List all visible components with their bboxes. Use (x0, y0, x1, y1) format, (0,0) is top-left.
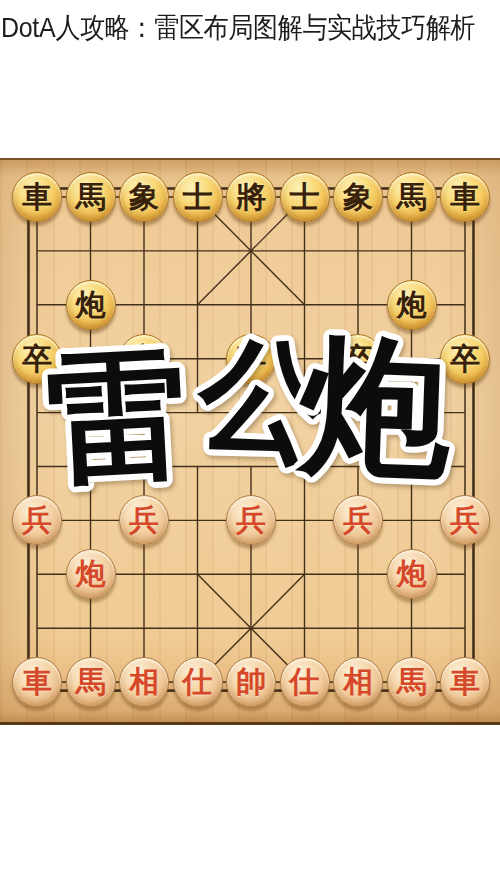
piece-glyph: 卒 (343, 344, 373, 374)
piece-black-cannon[interactable]: 炮 (387, 280, 437, 330)
piece-black-cannon[interactable]: 炮 (66, 280, 116, 330)
piece-black-advisor[interactable]: 士 (280, 172, 330, 222)
piece-glyph: 兵 (343, 505, 373, 535)
xiangqi-board[interactable]: 車馬象士將士象馬車炮炮卒卒卒卒卒兵兵兵兵兵炮炮車馬相仕帥仕相馬車 雷 公 炮 (0, 158, 500, 725)
piece-red-elephant[interactable]: 相 (333, 657, 383, 707)
piece-black-elephant[interactable]: 象 (119, 172, 169, 222)
piece-glyph: 車 (450, 182, 480, 212)
piece-glyph: 車 (450, 667, 480, 697)
piece-glyph: 馬 (76, 182, 106, 212)
piece-glyph: 炮 (76, 290, 106, 320)
piece-black-soldier[interactable]: 卒 (119, 334, 169, 384)
piece-glyph: 炮 (76, 559, 106, 589)
piece-glyph: 將 (236, 182, 266, 212)
piece-glyph: 帥 (236, 667, 266, 697)
piece-glyph: 士 (183, 182, 213, 212)
piece-black-soldier[interactable]: 卒 (333, 334, 383, 384)
piece-glyph: 士 (290, 182, 320, 212)
piece-glyph: 馬 (397, 182, 427, 212)
piece-glyph: 炮 (397, 290, 427, 320)
piece-glyph: 卒 (129, 344, 159, 374)
piece-glyph: 象 (129, 182, 159, 212)
piece-glyph: 相 (129, 667, 159, 697)
piece-red-chariot[interactable]: 車 (12, 657, 62, 707)
piece-glyph: 象 (343, 182, 373, 212)
piece-red-chariot[interactable]: 車 (440, 657, 490, 707)
piece-black-elephant[interactable]: 象 (333, 172, 383, 222)
piece-glyph: 相 (343, 667, 373, 697)
board-grid (0, 160, 500, 727)
piece-black-soldier[interactable]: 卒 (440, 334, 490, 384)
piece-black-chariot[interactable]: 車 (440, 172, 490, 222)
piece-glyph: 兵 (450, 505, 480, 535)
piece-red-advisor[interactable]: 仕 (280, 657, 330, 707)
piece-glyph: 卒 (450, 344, 480, 374)
piece-glyph: 兵 (129, 505, 159, 535)
piece-glyph: 卒 (236, 344, 266, 374)
piece-glyph: 卒 (22, 344, 52, 374)
page-title: DotA人攻略：雷区布局图解与实战技巧解析 (1, 9, 475, 46)
piece-glyph: 馬 (397, 667, 427, 697)
piece-red-advisor[interactable]: 仕 (173, 657, 223, 707)
piece-glyph: 車 (22, 667, 52, 697)
piece-glyph: 兵 (22, 505, 52, 535)
piece-black-horse[interactable]: 馬 (66, 172, 116, 222)
piece-black-advisor[interactable]: 士 (173, 172, 223, 222)
piece-glyph: 仕 (183, 667, 213, 697)
piece-red-cannon[interactable]: 炮 (66, 549, 116, 599)
piece-black-soldier[interactable]: 卒 (226, 334, 276, 384)
piece-glyph: 仕 (290, 667, 320, 697)
piece-black-chariot[interactable]: 車 (12, 172, 62, 222)
piece-black-soldier[interactable]: 卒 (12, 334, 62, 384)
piece-red-elephant[interactable]: 相 (119, 657, 169, 707)
piece-black-horse[interactable]: 馬 (387, 172, 437, 222)
piece-red-horse[interactable]: 馬 (387, 657, 437, 707)
piece-red-cannon[interactable]: 炮 (387, 549, 437, 599)
piece-glyph: 馬 (76, 667, 106, 697)
piece-red-general[interactable]: 帥 (226, 657, 276, 707)
piece-glyph: 兵 (236, 505, 266, 535)
piece-glyph: 炮 (397, 559, 427, 589)
piece-red-horse[interactable]: 馬 (66, 657, 116, 707)
piece-black-general[interactable]: 將 (226, 172, 276, 222)
piece-glyph: 車 (22, 182, 52, 212)
